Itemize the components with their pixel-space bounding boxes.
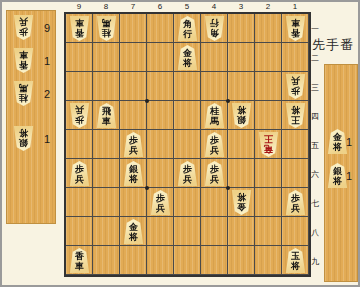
- occupied-square-6-7: 歩兵: [147, 188, 174, 217]
- rank-label-2: 二: [308, 53, 322, 64]
- piece-kanji: 銀将: [332, 166, 343, 186]
- file-label-6: 6: [154, 2, 166, 11]
- sente-piece[interactable]: 歩兵: [150, 190, 171, 215]
- shogi-app-window: 歩兵9香車1桂馬2銀将1 香車桂馬角行角行香車金将歩兵歩兵飛車桂馬銀将王将歩兵歩…: [0, 0, 360, 287]
- gote-piece[interactable]: 香車: [69, 16, 90, 41]
- piece-kanji: 歩兵: [74, 164, 85, 184]
- sente-hand-2: 銀将1: [325, 163, 357, 191]
- piece-kanji: 歩兵: [209, 135, 220, 155]
- occupied-square-1-7: 歩兵: [282, 188, 309, 217]
- sente-hand-count: 1: [346, 170, 352, 182]
- occupied-square-4-6: 歩兵: [201, 159, 228, 188]
- gote-piece[interactable]: 香車: [13, 48, 34, 73]
- gote-hand-2: 香車1: [7, 48, 55, 76]
- rank-label-7: 七: [308, 198, 322, 209]
- rank-label-6: 六: [308, 169, 322, 180]
- sente-piece[interactable]: 銀将: [327, 163, 348, 188]
- file-label-7: 7: [127, 2, 139, 11]
- sente-piece[interactable]: 歩兵: [177, 161, 198, 186]
- occupied-square-7-5: 歩兵: [120, 130, 147, 159]
- piece-kanji: 角行: [209, 18, 220, 38]
- piece-kanji: 銀将: [128, 164, 139, 184]
- occupied-square-1-9: 玉将: [282, 246, 309, 275]
- board-pieces-layer: 香車桂馬角行角行香車金将歩兵歩兵飛車桂馬銀将王将歩兵歩兵竜王歩兵銀将歩兵歩兵歩兵…: [66, 14, 309, 275]
- sente-piece[interactable]: 金将: [177, 45, 198, 70]
- rank-label-8: 八: [308, 227, 322, 238]
- gote-piece[interactable]: 歩兵: [69, 103, 90, 128]
- gote-piece[interactable]: 歩兵: [285, 74, 306, 99]
- piece-kanji: 歩兵: [290, 193, 301, 213]
- piece-kanji: 歩兵: [74, 105, 85, 125]
- occupied-square-9-6: 歩兵: [66, 159, 93, 188]
- occupied-square-4-4: 桂馬: [201, 101, 228, 130]
- piece-kanji: 角行: [182, 19, 193, 39]
- gote-captured-tray: 歩兵9香車1桂馬2銀将1: [6, 10, 56, 224]
- sente-piece[interactable]: 銀将: [123, 161, 144, 186]
- gote-piece[interactable]: 歩兵: [13, 15, 34, 40]
- sente-piece[interactable]: 歩兵: [285, 190, 306, 215]
- piece-kanji: 玉将: [290, 251, 301, 271]
- piece-kanji: 桂馬: [101, 18, 112, 38]
- gote-promoted-piece[interactable]: 竜王: [258, 132, 279, 157]
- piece-kanji: 歩兵: [18, 17, 29, 37]
- sente-captured-tray: 金将1銀将1: [324, 64, 358, 282]
- occupied-square-9-9: 香車: [66, 246, 93, 275]
- gote-piece[interactable]: 王将: [285, 103, 306, 128]
- piece-kanji: 香車: [18, 50, 29, 70]
- sente-piece[interactable]: 角行: [177, 16, 198, 41]
- piece-kanji: 竜王: [263, 134, 274, 154]
- gote-hand-1: 歩兵9: [7, 15, 55, 43]
- piece-kanji: 銀将: [18, 128, 29, 148]
- sente-hand-count: 1: [346, 136, 352, 148]
- occupied-square-3-7: 金将: [228, 188, 255, 217]
- sente-piece[interactable]: 飛車: [96, 103, 117, 128]
- piece-kanji: 香車: [290, 18, 301, 38]
- occupied-square-7-6: 銀将: [120, 159, 147, 188]
- piece-kanji: 桂馬: [209, 106, 220, 126]
- sente-piece[interactable]: 歩兵: [204, 161, 225, 186]
- file-label-4: 4: [208, 2, 220, 11]
- piece-kanji: 歩兵: [290, 76, 301, 96]
- rank-label-5: 五: [308, 140, 322, 151]
- gote-hand-count: 2: [44, 88, 50, 100]
- piece-kanji: 金将: [236, 192, 247, 212]
- gote-piece[interactable]: 角行: [204, 16, 225, 41]
- occupied-square-9-1: 香車: [66, 14, 93, 43]
- shogi-board: 香車桂馬角行角行香車金将歩兵歩兵飛車桂馬銀将王将歩兵歩兵竜王歩兵銀将歩兵歩兵歩兵…: [64, 12, 311, 277]
- rank-label-1: 一: [308, 24, 322, 35]
- piece-kanji: 香車: [74, 251, 85, 271]
- file-label-5: 5: [181, 2, 193, 11]
- turn-indicator: 先手番: [312, 36, 354, 54]
- piece-kanji: 歩兵: [209, 164, 220, 184]
- sente-piece[interactable]: 桂馬: [204, 103, 225, 128]
- sente-piece[interactable]: 香車: [69, 248, 90, 273]
- occupied-square-5-6: 歩兵: [174, 159, 201, 188]
- rank-label-3: 三: [308, 82, 322, 93]
- piece-kanji: 金将: [332, 132, 343, 152]
- piece-kanji: 歩兵: [155, 193, 166, 213]
- gote-hand-count: 1: [44, 133, 50, 145]
- gote-piece[interactable]: 金将: [231, 190, 252, 215]
- occupied-square-7-8: 金将: [120, 217, 147, 246]
- occupied-square-1-1: 香車: [282, 14, 309, 43]
- gote-hand-4: 銀将1: [7, 126, 55, 154]
- gote-hand-3: 桂馬2: [7, 81, 55, 109]
- rank-label-4: 四: [308, 111, 322, 122]
- file-label-3: 3: [235, 2, 247, 11]
- rank-label-9: 九: [308, 256, 322, 267]
- file-label-2: 2: [262, 2, 274, 11]
- occupied-square-1-4: 王将: [282, 101, 309, 130]
- gote-piece[interactable]: 香車: [285, 16, 306, 41]
- piece-kanji: 王将: [290, 105, 301, 125]
- sente-piece[interactable]: 歩兵: [204, 132, 225, 157]
- occupied-square-4-5: 歩兵: [201, 130, 228, 159]
- occupied-square-2-5: 竜王: [255, 130, 282, 159]
- piece-kanji: 飛車: [101, 106, 112, 126]
- occupied-square-5-1: 角行: [174, 14, 201, 43]
- file-label-9: 9: [73, 2, 85, 11]
- piece-kanji: 歩兵: [182, 164, 193, 184]
- occupied-square-4-1: 角行: [201, 14, 228, 43]
- sente-piece[interactable]: 玉将: [285, 248, 306, 273]
- piece-kanji: 桂馬: [18, 83, 29, 103]
- piece-kanji: 香車: [74, 18, 85, 38]
- occupied-square-8-1: 桂馬: [93, 14, 120, 43]
- gote-piece[interactable]: 銀将: [231, 103, 252, 128]
- gote-hand-count: 1: [44, 55, 50, 67]
- sente-hand-1: 金将1: [325, 129, 357, 157]
- piece-kanji: 金将: [128, 222, 139, 242]
- piece-kanji: 金将: [182, 48, 193, 68]
- sente-piece[interactable]: 歩兵: [69, 161, 90, 186]
- occupied-square-9-4: 歩兵: [66, 101, 93, 130]
- sente-piece[interactable]: 金将: [327, 129, 348, 154]
- file-label-1: 1: [289, 2, 301, 11]
- file-label-8: 8: [100, 2, 112, 11]
- sente-piece[interactable]: 歩兵: [123, 132, 144, 157]
- occupied-square-1-3: 歩兵: [282, 72, 309, 101]
- piece-kanji: 銀将: [236, 105, 247, 125]
- occupied-square-8-4: 飛車: [93, 101, 120, 130]
- gote-piece[interactable]: 桂馬: [13, 81, 34, 106]
- gote-piece[interactable]: 桂馬: [96, 16, 117, 41]
- piece-kanji: 歩兵: [128, 135, 139, 155]
- occupied-square-3-4: 銀将: [228, 101, 255, 130]
- gote-piece[interactable]: 銀将: [13, 126, 34, 151]
- gote-hand-count: 9: [44, 22, 50, 34]
- occupied-square-5-2: 金将: [174, 43, 201, 72]
- sente-piece[interactable]: 金将: [123, 219, 144, 244]
